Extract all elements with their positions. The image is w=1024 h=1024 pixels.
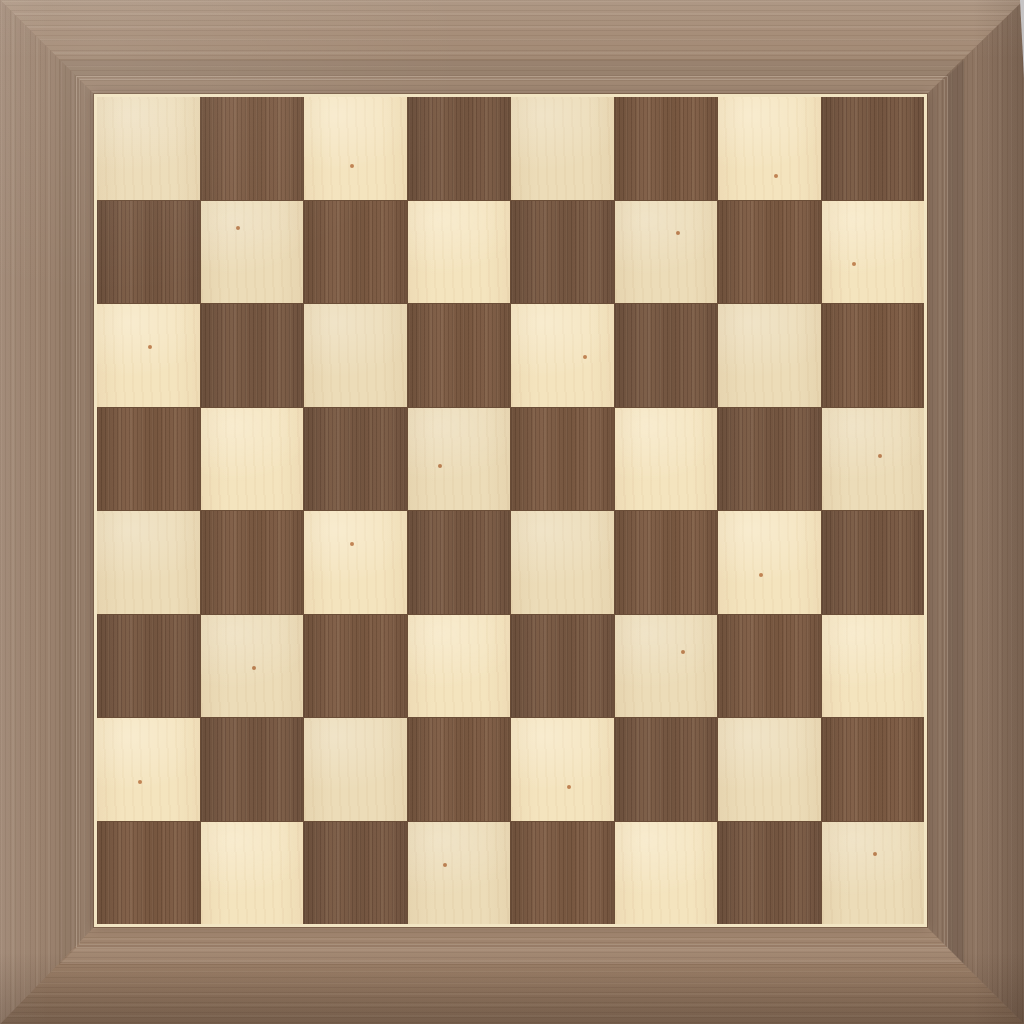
square-d2[interactable] (408, 718, 511, 821)
wood-knot (443, 863, 447, 867)
square-h4[interactable] (822, 511, 925, 614)
frame-left (0, 0, 94, 1024)
square-d7[interactable] (408, 201, 511, 304)
frame-bottom (0, 927, 1024, 1024)
square-f1[interactable] (615, 822, 718, 925)
chessboard-photo (0, 0, 1024, 1024)
square-h8[interactable] (822, 97, 925, 200)
board-grid (97, 97, 924, 924)
square-c2[interactable] (304, 718, 407, 821)
square-d6[interactable] (408, 304, 511, 407)
square-c8[interactable] (304, 97, 407, 200)
square-h5[interactable] (822, 408, 925, 511)
square-b1[interactable] (201, 822, 304, 925)
square-e2[interactable] (511, 718, 614, 821)
wood-knot (350, 164, 354, 168)
wood-knot (583, 355, 587, 359)
square-c3[interactable] (304, 615, 407, 718)
frame-right (927, 0, 1024, 1024)
square-g8[interactable] (718, 97, 821, 200)
square-d1[interactable] (408, 822, 511, 925)
wood-knot (873, 852, 877, 856)
wood-knot (852, 262, 856, 266)
square-c1[interactable] (304, 822, 407, 925)
square-c6[interactable] (304, 304, 407, 407)
square-g1[interactable] (718, 822, 821, 925)
square-g3[interactable] (718, 615, 821, 718)
square-e3[interactable] (511, 615, 614, 718)
square-g6[interactable] (718, 304, 821, 407)
wood-knot (759, 573, 763, 577)
wood-knot (252, 666, 256, 670)
square-b4[interactable] (201, 511, 304, 614)
wood-knot (681, 650, 685, 654)
square-f5[interactable] (615, 408, 718, 511)
square-h2[interactable] (822, 718, 925, 821)
square-f4[interactable] (615, 511, 718, 614)
wood-knot (236, 226, 240, 230)
square-c4[interactable] (304, 511, 407, 614)
square-b6[interactable] (201, 304, 304, 407)
square-a4[interactable] (97, 511, 200, 614)
square-d8[interactable] (408, 97, 511, 200)
square-a7[interactable] (97, 201, 200, 304)
square-e6[interactable] (511, 304, 614, 407)
square-f3[interactable] (615, 615, 718, 718)
wood-knot (567, 785, 571, 789)
square-b3[interactable] (201, 615, 304, 718)
square-f8[interactable] (615, 97, 718, 200)
square-a5[interactable] (97, 408, 200, 511)
square-a6[interactable] (97, 304, 200, 407)
square-e4[interactable] (511, 511, 614, 614)
wood-knot (878, 454, 882, 458)
frame-top (0, 0, 1024, 94)
square-e5[interactable] (511, 408, 614, 511)
square-f6[interactable] (615, 304, 718, 407)
square-g5[interactable] (718, 408, 821, 511)
square-h3[interactable] (822, 615, 925, 718)
wood-knot (774, 174, 778, 178)
wood-knot (148, 345, 152, 349)
square-b7[interactable] (201, 201, 304, 304)
square-g4[interactable] (718, 511, 821, 614)
square-h6[interactable] (822, 304, 925, 407)
wood-knot (676, 231, 680, 235)
square-c7[interactable] (304, 201, 407, 304)
square-a3[interactable] (97, 615, 200, 718)
square-e1[interactable] (511, 822, 614, 925)
square-h7[interactable] (822, 201, 925, 304)
square-g2[interactable] (718, 718, 821, 821)
square-c5[interactable] (304, 408, 407, 511)
square-h1[interactable] (822, 822, 925, 925)
square-a2[interactable] (97, 718, 200, 821)
square-d3[interactable] (408, 615, 511, 718)
square-a1[interactable] (97, 822, 200, 925)
square-b2[interactable] (201, 718, 304, 821)
square-g7[interactable] (718, 201, 821, 304)
board-inlay-border (94, 94, 927, 927)
square-a8[interactable] (97, 97, 200, 200)
wood-knot (350, 542, 354, 546)
square-d5[interactable] (408, 408, 511, 511)
square-e8[interactable] (511, 97, 614, 200)
square-f7[interactable] (615, 201, 718, 304)
square-d4[interactable] (408, 511, 511, 614)
square-f2[interactable] (615, 718, 718, 821)
square-e7[interactable] (511, 201, 614, 304)
wood-knot (438, 464, 442, 468)
square-b5[interactable] (201, 408, 304, 511)
square-b8[interactable] (201, 97, 304, 200)
wood-knot (138, 780, 142, 784)
